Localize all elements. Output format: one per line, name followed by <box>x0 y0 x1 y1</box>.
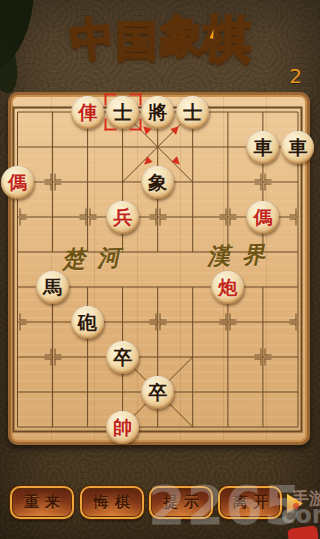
watermark-logo-fragment <box>287 525 319 539</box>
restart-button[interactable]: 重来 <box>10 486 74 519</box>
red-piece-炮[interactable]: 炮 <box>211 271 244 304</box>
point-marker <box>149 314 166 331</box>
red-piece-傌[interactable]: 傌 <box>1 166 34 199</box>
point-marker <box>219 209 236 226</box>
point-marker <box>44 174 61 191</box>
play-arrow-icon[interactable] <box>287 494 303 513</box>
point-marker <box>219 314 236 331</box>
black-piece-車[interactable]: 車 <box>246 131 279 164</box>
black-piece-士[interactable]: 士 <box>106 96 139 129</box>
point-marker <box>9 314 26 331</box>
red-piece-兵[interactable]: 兵 <box>106 201 139 234</box>
point-marker <box>44 349 61 366</box>
black-piece-將[interactable]: 將 <box>141 96 174 129</box>
point-marker <box>289 314 306 331</box>
black-piece-卒[interactable]: 卒 <box>141 376 174 409</box>
black-piece-馬[interactable]: 馬 <box>36 271 69 304</box>
move-counter: 2 <box>289 64 302 88</box>
move-direction-arrow <box>171 156 182 167</box>
move-direction-arrow <box>170 123 181 134</box>
black-piece-士[interactable]: 士 <box>176 96 209 129</box>
river-label-left: 楚河 <box>61 242 132 275</box>
black-piece-卒[interactable]: 卒 <box>106 341 139 374</box>
red-piece-傌[interactable]: 傌 <box>246 201 279 234</box>
xiangqi-board[interactable]: 楚河 漢界 俥士將士車車傌象兵傌馬炮砲卒卒帥 <box>8 92 310 445</box>
red-piece-帥[interactable]: 帥 <box>106 411 139 444</box>
app-window: 中国象棋 2 <box>0 0 320 539</box>
leave-button[interactable]: 离开 <box>218 486 282 519</box>
undo-button[interactable]: 悔棋 <box>80 486 144 519</box>
point-marker <box>254 349 271 366</box>
river-label-right: 漢界 <box>206 239 277 272</box>
hint-button[interactable]: 提示 <box>149 486 213 519</box>
black-piece-砲[interactable]: 砲 <box>71 306 104 339</box>
move-direction-arrow <box>141 156 152 167</box>
point-marker <box>79 209 96 226</box>
black-piece-車[interactable]: 車 <box>281 131 314 164</box>
point-marker <box>149 209 166 226</box>
watermark-com: com <box>281 501 320 529</box>
app-title: 中国象棋 <box>0 10 320 64</box>
black-piece-象[interactable]: 象 <box>141 166 174 199</box>
point-marker <box>254 174 271 191</box>
point-marker <box>9 209 26 226</box>
red-piece-俥[interactable]: 俥 <box>71 96 104 129</box>
point-marker <box>289 209 306 226</box>
